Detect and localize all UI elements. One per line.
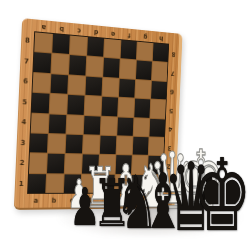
file-label-top-a: a	[41, 22, 46, 29]
square-d4	[84, 115, 101, 134]
square-d6	[85, 76, 102, 96]
square-f8	[121, 40, 137, 59]
rank-label-left-2: 2	[20, 160, 25, 167]
file-label-top-b: b	[59, 24, 64, 31]
square-d2	[82, 155, 99, 174]
file-label-top-f: f	[128, 31, 131, 38]
square-g8	[137, 42, 153, 61]
rank-label-left-3: 3	[21, 139, 26, 146]
rank-label-left-5: 5	[22, 98, 27, 105]
rank-label-right-8: 8	[171, 50, 175, 57]
square-g3	[133, 137, 149, 155]
square-c8	[70, 36, 87, 56]
square-g6	[135, 80, 151, 99]
square-e8	[104, 39, 120, 59]
square-h5	[150, 100, 166, 119]
square-f6	[119, 79, 135, 98]
square-a8	[34, 32, 52, 53]
square-d3	[83, 135, 100, 154]
square-h2	[148, 156, 164, 174]
square-f2	[116, 155, 132, 173]
file-label-top-h: h	[159, 34, 163, 41]
square-e7	[103, 58, 120, 78]
square-c2	[65, 154, 82, 173]
square-h3	[149, 137, 165, 155]
square-e5	[101, 97, 118, 116]
square-b6	[51, 74, 69, 94]
square-d8	[87, 37, 104, 57]
square-c6	[68, 75, 85, 95]
square-b5	[50, 94, 68, 114]
square-h1	[147, 175, 163, 193]
square-g7	[136, 61, 152, 80]
rank-label-right-4: 4	[168, 125, 172, 132]
square-a7	[33, 53, 51, 73]
rank-label-left-4: 4	[21, 119, 26, 126]
square-b7	[51, 54, 69, 74]
rank-label-left-8: 8	[25, 37, 30, 44]
rank-label-left-1: 1	[19, 180, 24, 187]
square-c3	[66, 134, 83, 153]
square-c7	[69, 55, 86, 75]
square-h8	[153, 43, 169, 62]
file-label-top-g: g	[143, 32, 147, 39]
square-a2	[29, 153, 47, 172]
file-label-bottom-a: a	[34, 197, 39, 204]
square-h7	[152, 62, 168, 81]
square-c4	[66, 115, 83, 134]
square-f4	[117, 117, 133, 136]
square-g2	[132, 156, 148, 174]
square-a5	[32, 93, 50, 113]
square-e6	[102, 77, 119, 96]
file-label-top-e: e	[111, 29, 115, 36]
square-d1	[81, 174, 98, 193]
square-f5	[118, 98, 134, 117]
square-e3	[100, 136, 117, 155]
square-h6	[151, 81, 167, 100]
square-f7	[120, 59, 136, 78]
chessboard: 8877665544332211aabbccddeeffgghh	[14, 18, 183, 210]
square-f1	[115, 174, 131, 192]
square-g4	[134, 118, 150, 137]
rank-label-right-5: 5	[169, 106, 173, 113]
square-f3	[116, 136, 132, 155]
square-b8	[52, 34, 70, 54]
chess-set-product-photo: 8877665544332211aabbccddeeffgghh ♟♜♝♞♛♚♟…	[0, 0, 250, 250]
square-b4	[49, 114, 67, 134]
file-label-top-d: d	[94, 28, 99, 35]
rank-label-right-2: 2	[167, 162, 171, 168]
rank-label-left-6: 6	[23, 78, 28, 85]
square-a6	[33, 73, 51, 93]
square-g5	[134, 99, 150, 118]
square-b3	[48, 134, 66, 153]
square-a4	[31, 113, 49, 133]
square-h4	[149, 118, 165, 136]
square-e4	[101, 116, 118, 135]
rank-label-left-7: 7	[24, 58, 29, 65]
floor-shadow	[52, 194, 248, 236]
square-c5	[67, 95, 84, 115]
rank-label-right-3: 3	[167, 144, 171, 150]
rank-label-right-1: 1	[166, 181, 170, 187]
square-a1	[28, 174, 46, 193]
chessboard-grid	[27, 31, 169, 194]
square-e1	[98, 174, 115, 192]
square-b2	[47, 154, 65, 173]
square-d5	[85, 96, 102, 115]
square-b1	[46, 174, 64, 193]
square-e2	[99, 155, 116, 174]
square-a3	[30, 133, 48, 153]
square-g1	[131, 175, 147, 193]
square-d7	[86, 57, 103, 77]
file-label-top-c: c	[77, 26, 81, 33]
square-c1	[64, 174, 81, 193]
rank-label-right-6: 6	[170, 88, 174, 95]
rank-label-right-7: 7	[171, 69, 175, 76]
